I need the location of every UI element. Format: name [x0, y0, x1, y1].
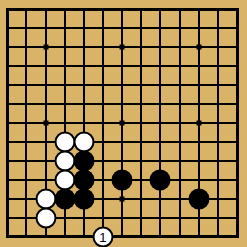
intersection[interactable] — [132, 95, 151, 114]
intersection[interactable] — [0, 227, 17, 246]
intersection[interactable] — [208, 208, 227, 227]
intersection[interactable] — [132, 171, 151, 190]
intersection[interactable] — [17, 227, 36, 246]
intersection[interactable] — [227, 190, 246, 209]
intersection[interactable] — [17, 114, 36, 133]
intersection[interactable] — [227, 114, 246, 133]
white-stone — [54, 132, 75, 153]
intersection[interactable] — [170, 208, 189, 227]
star-point — [120, 45, 125, 50]
intersection[interactable] — [227, 152, 246, 171]
intersection[interactable] — [0, 95, 17, 114]
intersection[interactable] — [170, 133, 189, 152]
intersection[interactable] — [74, 0, 93, 19]
intersection[interactable] — [151, 133, 170, 152]
intersection[interactable] — [132, 133, 151, 152]
intersection[interactable] — [208, 133, 227, 152]
intersection[interactable] — [17, 171, 36, 190]
intersection[interactable] — [132, 57, 151, 76]
intersection[interactable] — [170, 76, 189, 95]
black-stone — [73, 151, 94, 172]
white-stone — [35, 189, 56, 210]
intersection[interactable] — [189, 0, 208, 19]
intersection[interactable] — [227, 0, 246, 19]
intersection[interactable] — [93, 19, 112, 38]
intersection[interactable] — [36, 57, 55, 76]
intersection[interactable] — [36, 0, 55, 19]
intersection[interactable] — [113, 38, 132, 57]
intersection[interactable] — [227, 57, 246, 76]
intersection[interactable] — [189, 19, 208, 38]
intersection[interactable] — [93, 190, 112, 209]
intersection[interactable] — [151, 57, 170, 76]
intersection[interactable] — [189, 152, 208, 171]
intersection[interactable] — [17, 152, 36, 171]
intersection[interactable] — [74, 76, 93, 95]
intersection[interactable] — [227, 133, 246, 152]
intersection[interactable] — [208, 19, 227, 38]
intersection[interactable] — [17, 95, 36, 114]
white-stone — [54, 170, 75, 191]
intersection[interactable] — [151, 227, 170, 246]
intersection[interactable] — [170, 190, 189, 209]
intersection[interactable] — [227, 95, 246, 114]
intersection[interactable] — [208, 0, 227, 19]
intersection[interactable] — [132, 76, 151, 95]
intersection[interactable] — [55, 38, 74, 57]
intersection[interactable] — [36, 152, 55, 171]
intersection[interactable] — [208, 171, 227, 190]
intersection[interactable] — [113, 227, 132, 246]
intersection[interactable] — [189, 95, 208, 114]
intersection[interactable] — [93, 0, 112, 19]
intersection[interactable] — [189, 227, 208, 246]
intersection[interactable] — [74, 19, 93, 38]
intersection[interactable] — [113, 171, 132, 190]
intersection[interactable] — [208, 190, 227, 209]
intersection[interactable] — [113, 19, 132, 38]
intersection[interactable] — [151, 19, 170, 38]
intersection[interactable] — [132, 19, 151, 38]
intersection[interactable] — [0, 133, 17, 152]
intersection[interactable] — [0, 114, 17, 133]
intersection[interactable] — [0, 208, 17, 227]
intersection[interactable] — [36, 95, 55, 114]
intersection[interactable] — [55, 57, 74, 76]
intersection[interactable] — [227, 76, 246, 95]
intersection[interactable] — [151, 171, 170, 190]
intersection[interactable] — [55, 152, 74, 171]
intersection[interactable] — [74, 57, 93, 76]
intersection[interactable] — [170, 152, 189, 171]
move-number-label: 1 — [99, 230, 106, 243]
intersection[interactable] — [227, 19, 246, 38]
intersection[interactable] — [93, 95, 112, 114]
intersection[interactable] — [0, 57, 17, 76]
intersection[interactable] — [93, 171, 112, 190]
black-stone — [112, 170, 133, 191]
intersection[interactable] — [151, 190, 170, 209]
intersection[interactable] — [36, 133, 55, 152]
intersection[interactable] — [55, 190, 74, 209]
intersection[interactable] — [93, 133, 112, 152]
intersection[interactable] — [208, 152, 227, 171]
intersection[interactable] — [113, 57, 132, 76]
intersection[interactable] — [113, 152, 132, 171]
intersection[interactable] — [93, 76, 112, 95]
intersection[interactable] — [208, 38, 227, 57]
star-point — [43, 121, 48, 126]
intersection[interactable] — [170, 0, 189, 19]
intersection[interactable] — [74, 133, 93, 152]
intersection[interactable] — [113, 0, 132, 19]
intersection[interactable] — [151, 76, 170, 95]
intersection[interactable] — [208, 114, 227, 133]
intersection[interactable] — [132, 227, 151, 246]
intersection[interactable] — [36, 38, 55, 57]
intersection[interactable] — [0, 171, 17, 190]
intersection[interactable] — [151, 114, 170, 133]
intersection[interactable] — [55, 133, 74, 152]
intersection[interactable] — [113, 133, 132, 152]
intersection[interactable] — [55, 208, 74, 227]
intersection[interactable] — [55, 171, 74, 190]
go-board-diagram: 1 — [0, 0, 247, 247]
intersection[interactable] — [0, 76, 17, 95]
intersection[interactable] — [74, 95, 93, 114]
intersection[interactable] — [170, 38, 189, 57]
intersection[interactable] — [189, 38, 208, 57]
intersection[interactable] — [170, 114, 189, 133]
intersection[interactable] — [151, 0, 170, 19]
intersection[interactable] — [36, 171, 55, 190]
intersection[interactable] — [36, 208, 55, 227]
black-stone — [188, 189, 209, 210]
intersection[interactable] — [151, 38, 170, 57]
intersection[interactable] — [93, 57, 112, 76]
intersection[interactable] — [189, 133, 208, 152]
intersection[interactable] — [74, 114, 93, 133]
go-board[interactable]: 1 — [0, 0, 247, 246]
intersection[interactable] — [227, 171, 246, 190]
intersection[interactable] — [74, 38, 93, 57]
black-stone — [150, 170, 171, 191]
intersection[interactable] — [74, 171, 93, 190]
intersection[interactable] — [113, 190, 132, 209]
intersection[interactable] — [132, 38, 151, 57]
intersection[interactable] — [208, 76, 227, 95]
intersection[interactable] — [113, 76, 132, 95]
intersection[interactable] — [189, 208, 208, 227]
black-stone — [73, 189, 94, 210]
intersection[interactable] — [17, 57, 36, 76]
intersection[interactable] — [0, 19, 17, 38]
intersection[interactable] — [208, 95, 227, 114]
intersection[interactable] — [113, 208, 132, 227]
intersection[interactable] — [36, 19, 55, 38]
intersection[interactable] — [55, 227, 74, 246]
intersection[interactable] — [36, 227, 55, 246]
intersection[interactable] — [17, 208, 36, 227]
intersection[interactable] — [17, 133, 36, 152]
intersection[interactable] — [0, 38, 17, 57]
intersection[interactable] — [36, 76, 55, 95]
intersection[interactable] — [93, 208, 112, 227]
intersection[interactable] — [132, 208, 151, 227]
intersection[interactable] — [132, 190, 151, 209]
intersection[interactable] — [227, 208, 246, 227]
intersection[interactable] — [36, 190, 55, 209]
intersection[interactable] — [74, 227, 93, 246]
star-point — [43, 45, 48, 50]
intersection[interactable] — [113, 95, 132, 114]
intersection[interactable] — [151, 208, 170, 227]
intersection[interactable] — [170, 171, 189, 190]
intersection[interactable] — [227, 38, 246, 57]
intersection[interactable] — [189, 76, 208, 95]
white-stone — [35, 207, 56, 228]
intersection[interactable] — [17, 190, 36, 209]
intersection[interactable] — [208, 227, 227, 246]
intersection[interactable] — [93, 38, 112, 57]
intersection[interactable] — [189, 171, 208, 190]
intersection[interactable] — [132, 114, 151, 133]
intersection[interactable] — [55, 0, 74, 19]
star-point — [196, 121, 201, 126]
intersection[interactable] — [113, 114, 132, 133]
intersection[interactable] — [208, 57, 227, 76]
intersection[interactable] — [36, 114, 55, 133]
intersection[interactable] — [170, 57, 189, 76]
move-1-stone: 1 — [92, 226, 113, 247]
star-point — [120, 121, 125, 126]
intersection[interactable] — [17, 19, 36, 38]
white-stone — [73, 132, 94, 153]
intersection[interactable] — [189, 57, 208, 76]
intersection[interactable] — [132, 152, 151, 171]
intersection[interactable] — [170, 95, 189, 114]
intersection[interactable] — [170, 19, 189, 38]
intersection[interactable] — [93, 152, 112, 171]
star-point — [120, 197, 125, 202]
intersection[interactable] — [189, 190, 208, 209]
intersection[interactable] — [74, 190, 93, 209]
intersection[interactable] — [55, 95, 74, 114]
intersection[interactable] — [55, 19, 74, 38]
intersection[interactable] — [93, 114, 112, 133]
intersection[interactable] — [74, 208, 93, 227]
intersection[interactable] — [55, 76, 74, 95]
black-stone — [54, 189, 75, 210]
intersection[interactable] — [17, 76, 36, 95]
intersection[interactable] — [151, 152, 170, 171]
intersection[interactable] — [132, 0, 151, 19]
intersection[interactable] — [189, 114, 208, 133]
intersection[interactable] — [74, 152, 93, 171]
intersection[interactable] — [55, 114, 74, 133]
intersection[interactable] — [0, 152, 17, 171]
white-stone — [54, 151, 75, 172]
star-point — [196, 45, 201, 50]
intersection[interactable] — [17, 38, 36, 57]
intersection[interactable] — [151, 95, 170, 114]
intersection[interactable] — [0, 190, 17, 209]
black-stone — [73, 170, 94, 191]
intersection[interactable] — [170, 227, 189, 246]
intersection[interactable] — [227, 227, 246, 246]
intersection[interactable] — [17, 0, 36, 19]
intersection[interactable]: 1 — [93, 227, 112, 246]
intersection[interactable] — [0, 0, 17, 19]
